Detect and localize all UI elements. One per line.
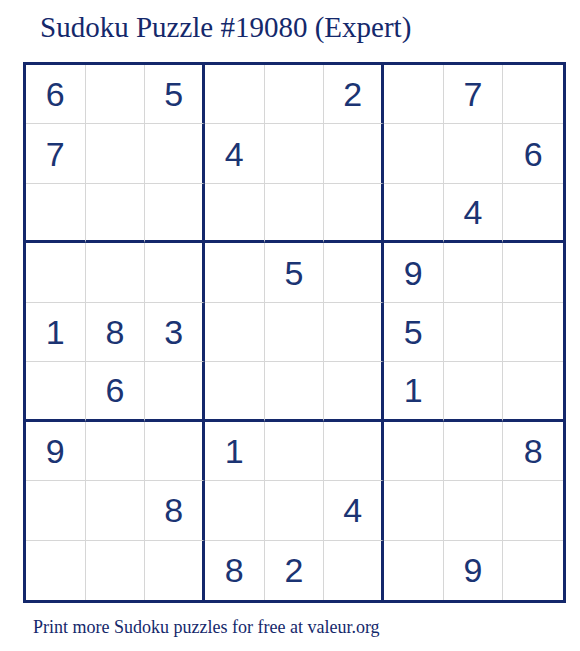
cell-r9c6 — [324, 541, 384, 600]
cell-r6c1 — [26, 362, 86, 421]
sudoku-grid: 652774645918356191884829 — [23, 62, 566, 603]
sudoku-page: Sudoku Puzzle #19080 (Expert) 6527746459… — [0, 0, 580, 651]
cell-r6c5 — [265, 362, 325, 421]
cell-r9c5: 2 — [265, 541, 325, 600]
cell-r1c7 — [384, 65, 444, 124]
cell-r1c6: 2 — [324, 65, 384, 124]
cell-r4c3 — [145, 243, 205, 302]
cell-r4c6 — [324, 243, 384, 302]
cell-r9c4: 8 — [205, 541, 265, 600]
cell-r9c1 — [26, 541, 86, 600]
cell-r7c8 — [444, 422, 504, 481]
cell-r5c1: 1 — [26, 303, 86, 362]
cell-r8c7 — [384, 481, 444, 540]
cell-r7c3 — [145, 422, 205, 481]
cell-r9c2 — [86, 541, 146, 600]
cell-r5c6 — [324, 303, 384, 362]
cell-r1c2 — [86, 65, 146, 124]
cell-r4c9 — [503, 243, 563, 302]
cell-r5c8 — [444, 303, 504, 362]
cell-r8c3: 8 — [145, 481, 205, 540]
cell-r6c2: 6 — [86, 362, 146, 421]
cell-r4c7: 9 — [384, 243, 444, 302]
cell-r1c1: 6 — [26, 65, 86, 124]
cell-r1c3: 5 — [145, 65, 205, 124]
cell-r8c2 — [86, 481, 146, 540]
cell-r3c8: 4 — [444, 184, 504, 243]
cell-r8c5 — [265, 481, 325, 540]
cell-r2c5 — [265, 124, 325, 183]
cell-r2c7 — [384, 124, 444, 183]
cell-r7c5 — [265, 422, 325, 481]
cell-r3c5 — [265, 184, 325, 243]
cell-r8c6: 4 — [324, 481, 384, 540]
cell-r2c3 — [145, 124, 205, 183]
cell-r3c1 — [26, 184, 86, 243]
cell-r6c8 — [444, 362, 504, 421]
cell-r1c5 — [265, 65, 325, 124]
cell-r3c7 — [384, 184, 444, 243]
cell-r6c6 — [324, 362, 384, 421]
cell-r2c8 — [444, 124, 504, 183]
cell-r7c4: 1 — [205, 422, 265, 481]
cell-r5c9 — [503, 303, 563, 362]
cell-r3c3 — [145, 184, 205, 243]
cell-r2c4: 4 — [205, 124, 265, 183]
cell-r4c8 — [444, 243, 504, 302]
cell-r8c9 — [503, 481, 563, 540]
cell-r9c9 — [503, 541, 563, 600]
cell-r3c2 — [86, 184, 146, 243]
cell-r6c9 — [503, 362, 563, 421]
cell-r7c1: 9 — [26, 422, 86, 481]
cell-r2c6 — [324, 124, 384, 183]
cell-r4c1 — [26, 243, 86, 302]
cell-r9c7 — [384, 541, 444, 600]
cell-r7c6 — [324, 422, 384, 481]
cell-r3c6 — [324, 184, 384, 243]
cell-r7c2 — [86, 422, 146, 481]
cell-r9c8: 9 — [444, 541, 504, 600]
cell-r9c3 — [145, 541, 205, 600]
cell-r1c9 — [503, 65, 563, 124]
footer-text: Print more Sudoku puzzles for free at va… — [33, 617, 380, 638]
cell-r8c1 — [26, 481, 86, 540]
cell-r5c2: 8 — [86, 303, 146, 362]
cell-r1c8: 7 — [444, 65, 504, 124]
page-title: Sudoku Puzzle #19080 (Expert) — [40, 11, 411, 44]
cell-r5c7: 5 — [384, 303, 444, 362]
cell-r4c5: 5 — [265, 243, 325, 302]
cell-r2c1: 7 — [26, 124, 86, 183]
cell-r7c7 — [384, 422, 444, 481]
cell-r1c4 — [205, 65, 265, 124]
cell-r8c4 — [205, 481, 265, 540]
cell-r7c9: 8 — [503, 422, 563, 481]
cell-r5c5 — [265, 303, 325, 362]
cell-r2c2 — [86, 124, 146, 183]
cell-r6c3 — [145, 362, 205, 421]
cell-r3c4 — [205, 184, 265, 243]
cell-r5c4 — [205, 303, 265, 362]
cell-r5c3: 3 — [145, 303, 205, 362]
cell-r8c8 — [444, 481, 504, 540]
cell-r6c7: 1 — [384, 362, 444, 421]
cell-r6c4 — [205, 362, 265, 421]
cell-r3c9 — [503, 184, 563, 243]
cell-r4c4 — [205, 243, 265, 302]
cell-r4c2 — [86, 243, 146, 302]
cell-r2c9: 6 — [503, 124, 563, 183]
